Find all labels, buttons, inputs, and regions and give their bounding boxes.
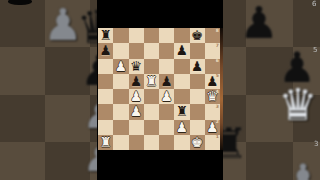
background-square (223, 47, 246, 95)
white-pawn[interactable]: ♟ (129, 89, 144, 104)
white-rook[interactable]: ♜ (98, 135, 113, 150)
white-rook[interactable]: ♜ (144, 74, 159, 89)
square-d5[interactable]: ♜ (144, 74, 159, 89)
square-h8[interactable]: 8 (205, 28, 220, 43)
square-e7[interactable] (159, 43, 174, 58)
square-e1[interactable] (159, 135, 174, 150)
chessboard: ♜♚8♟♟7♟♛♟6♟♜♟♟5♟♟♛4♟♜3♟♟2♜♚1 (98, 28, 220, 150)
square-h7[interactable]: 7 (205, 43, 220, 58)
background-square (293, 95, 320, 142)
rank-label-8: 8 (216, 29, 219, 34)
background-square (45, 0, 90, 47)
background-square (90, 47, 97, 95)
rank-label-5: 5 (216, 74, 219, 79)
square-g7[interactable] (190, 43, 205, 58)
square-g2[interactable] (190, 120, 205, 135)
square-f3[interactable]: ♜ (174, 104, 189, 119)
rank-label-3: 3 (216, 105, 219, 110)
square-a1[interactable]: ♜ (98, 135, 113, 150)
square-e3[interactable] (159, 104, 174, 119)
square-h4[interactable]: ♛4 (205, 89, 220, 104)
rank-label-1: 1 (216, 135, 219, 140)
black-pawn[interactable]: ♟ (190, 59, 205, 74)
square-c1[interactable] (129, 135, 144, 150)
square-d6[interactable] (144, 59, 159, 74)
square-a8[interactable]: ♜ (98, 28, 113, 43)
square-g3[interactable] (190, 104, 205, 119)
rank-label-6: 6 (216, 59, 219, 64)
black-rook[interactable]: ♜ (98, 28, 113, 43)
background-square (45, 47, 90, 95)
square-e5[interactable]: ♟ (159, 74, 174, 89)
square-f7[interactable]: ♟ (174, 43, 189, 58)
black-rook[interactable]: ♜ (174, 104, 189, 119)
white-king[interactable]: ♚ (190, 135, 205, 150)
background-square (0, 142, 45, 180)
square-e8[interactable] (159, 28, 174, 43)
square-c6[interactable]: ♛ (129, 59, 144, 74)
square-f4[interactable] (174, 89, 189, 104)
rank-label-7: 7 (216, 44, 219, 49)
blurred-background-right: ♟♟♛♜♟653 (223, 0, 320, 180)
background-rank-label: 5 (313, 47, 317, 54)
square-b1[interactable] (113, 135, 128, 150)
board-edge-glow (220, 28, 223, 150)
white-pawn[interactable]: ♟ (129, 104, 144, 119)
square-c8[interactable] (129, 28, 144, 43)
background-square (90, 0, 97, 47)
square-f8[interactable] (174, 28, 189, 43)
square-c2[interactable] (129, 120, 144, 135)
square-c5[interactable]: ♟ (129, 74, 144, 89)
square-h1[interactable]: 1 (205, 135, 220, 150)
background-square (0, 0, 45, 47)
square-b2[interactable] (113, 120, 128, 135)
square-a5[interactable] (98, 74, 113, 89)
square-g5[interactable] (190, 74, 205, 89)
background-square (223, 142, 246, 180)
background-square (246, 142, 293, 180)
square-g1[interactable]: ♚ (190, 135, 205, 150)
square-f1[interactable] (174, 135, 189, 150)
black-pawn[interactable]: ♟ (159, 74, 174, 89)
rank-label-2: 2 (216, 120, 219, 125)
square-c4[interactable]: ♟ (129, 89, 144, 104)
rank-label-4: 4 (216, 90, 219, 95)
square-b6[interactable]: ♟ (113, 59, 128, 74)
square-a7[interactable]: ♟ (98, 43, 113, 58)
square-f5[interactable] (174, 74, 189, 89)
square-a6[interactable] (98, 59, 113, 74)
square-b7[interactable] (113, 43, 128, 58)
background-square (293, 47, 320, 95)
square-b5[interactable] (113, 74, 128, 89)
square-e4[interactable]: ♟ (159, 89, 174, 104)
square-h3[interactable]: 3 (205, 104, 220, 119)
background-square (45, 142, 90, 180)
white-pawn[interactable]: ♟ (113, 59, 128, 74)
background-square (223, 0, 246, 47)
square-b3[interactable] (113, 104, 128, 119)
white-pawn[interactable]: ♟ (159, 89, 174, 104)
square-e2[interactable] (159, 120, 174, 135)
black-pawn[interactable]: ♟ (129, 74, 144, 89)
background-square (45, 95, 90, 142)
blurred-background-left: ♟♛♟♟♟ (0, 0, 97, 180)
square-h2[interactable]: ♟2 (205, 120, 220, 135)
square-d2[interactable] (144, 120, 159, 135)
background-square (246, 0, 293, 47)
square-a4[interactable] (98, 89, 113, 104)
square-a3[interactable] (98, 104, 113, 119)
square-g6[interactable]: ♟ (190, 59, 205, 74)
square-f6[interactable] (174, 59, 189, 74)
background-square (90, 95, 97, 142)
background-rank-label: 3 (314, 141, 318, 148)
square-h5[interactable]: ♟5 (205, 74, 220, 89)
black-queen[interactable]: ♛ (129, 59, 144, 74)
square-c3[interactable]: ♟ (129, 104, 144, 119)
black-king[interactable]: ♚ (190, 28, 205, 43)
black-pawn[interactable]: ♟ (174, 43, 189, 58)
background-square (246, 95, 293, 142)
background-rank-label: 6 (312, 1, 316, 8)
square-b8[interactable] (113, 28, 128, 43)
square-b4[interactable] (113, 89, 128, 104)
square-g4[interactable] (190, 89, 205, 104)
background-square (90, 142, 97, 180)
square-d3[interactable] (144, 104, 159, 119)
square-a2[interactable] (98, 120, 113, 135)
video-frame: ♟♛♟♟♟ ♟♟♛♜♟653 ♜♚8♟♟7♟♛♟6♟♜♟♟5♟♟♛4♟♜3♟♟2… (0, 0, 320, 180)
square-d7[interactable] (144, 43, 159, 58)
square-h6[interactable]: 6 (205, 59, 220, 74)
square-d8[interactable] (144, 28, 159, 43)
background-square (0, 47, 45, 95)
square-d4[interactable] (144, 89, 159, 104)
black-pawn[interactable]: ♟ (98, 43, 113, 58)
background-square (0, 95, 45, 142)
white-pawn[interactable]: ♟ (174, 120, 189, 135)
square-g8[interactable]: ♚ (190, 28, 205, 43)
square-f2[interactable]: ♟ (174, 120, 189, 135)
square-e6[interactable] (159, 59, 174, 74)
background-square (246, 47, 293, 95)
square-d1[interactable] (144, 135, 159, 150)
background-square (223, 95, 246, 142)
square-c7[interactable] (129, 43, 144, 58)
